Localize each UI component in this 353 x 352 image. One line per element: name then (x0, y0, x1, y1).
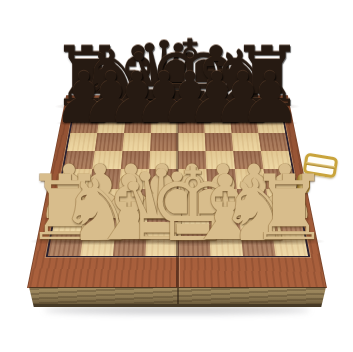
piece-white-rook[interactable]: ♜ (249, 165, 329, 254)
piece-black-pawn[interactable]: ♟ (238, 62, 301, 132)
ground-shadow (44, 306, 310, 314)
scene: ♜♞♝♛♚♝♞♜♟♟♟♟♟♟♟♟♟♟♟♟♟♟♟♟♜♞♝♛♚♝♞♜ (0, 0, 353, 352)
box-front-seam (177, 288, 179, 304)
box-front-face (29, 287, 326, 307)
